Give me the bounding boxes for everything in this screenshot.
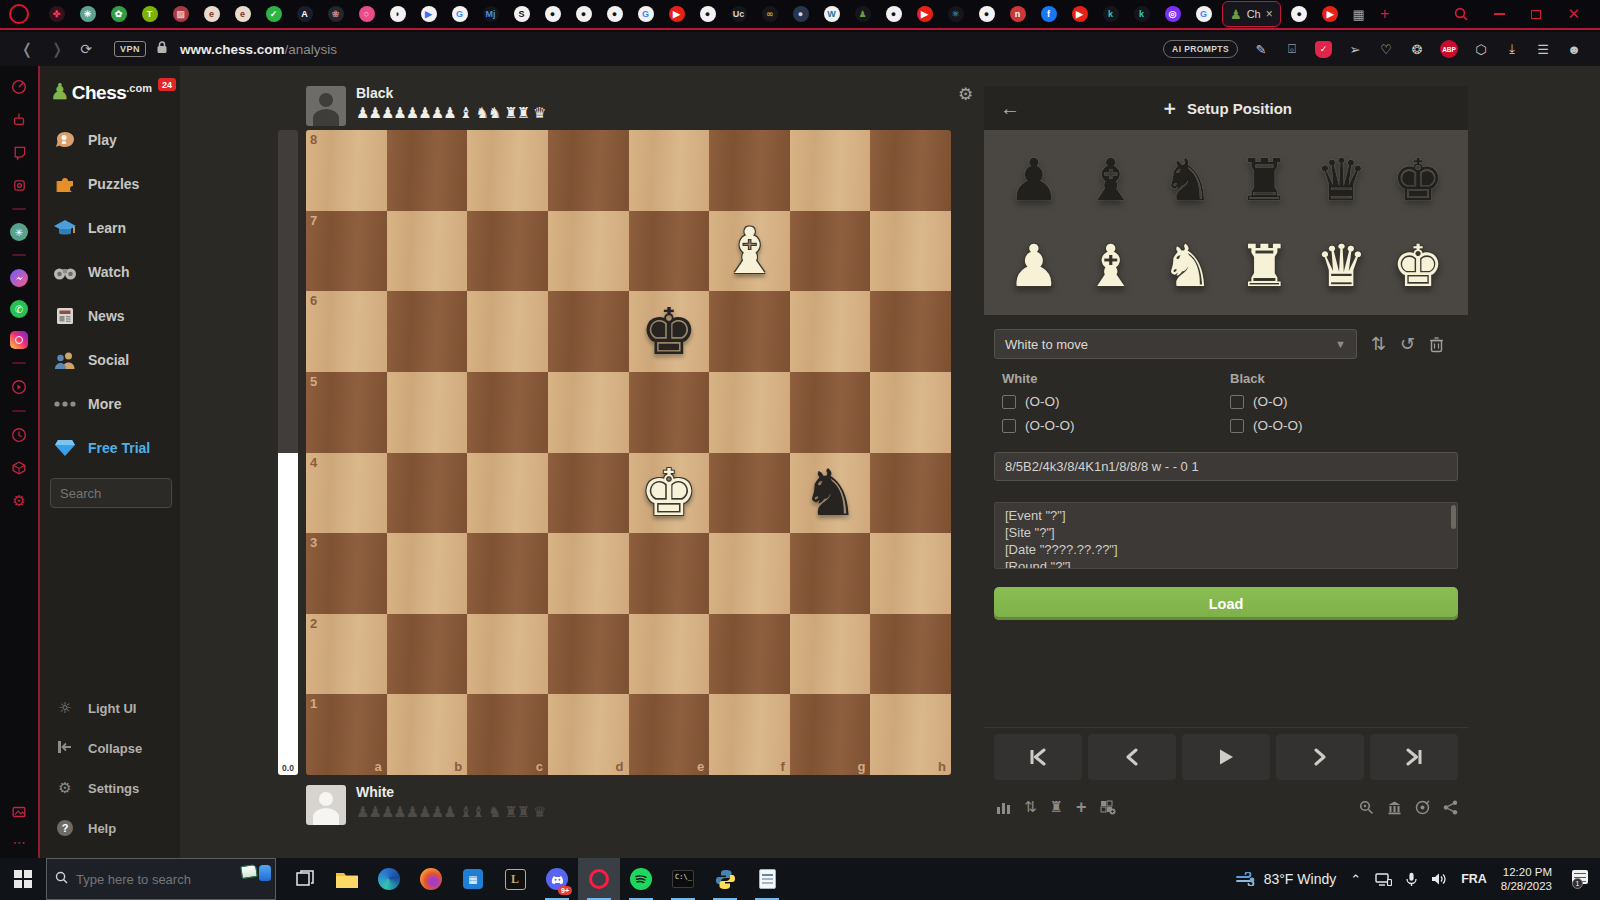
tab-favicon-google-2[interactable]: G bbox=[630, 1, 661, 27]
extension-box-icon[interactable]: ⬡ bbox=[1473, 41, 1489, 57]
square-c5[interactable] bbox=[467, 372, 548, 453]
restore-window-icon[interactable] bbox=[1531, 10, 1541, 19]
white-avatar[interactable] bbox=[306, 785, 346, 825]
square-a1[interactable]: 1a bbox=[306, 694, 387, 775]
help-icon: ? bbox=[52, 816, 78, 840]
square-b5[interactable] bbox=[387, 372, 468, 453]
load-button[interactable]: Load bbox=[994, 587, 1458, 620]
square-g6[interactable] bbox=[790, 291, 871, 372]
tab-favicon-youtube-3[interactable]: ▶ bbox=[1064, 1, 1095, 27]
square-c4[interactable] bbox=[467, 453, 548, 534]
square-b7[interactable] bbox=[387, 211, 468, 292]
snapshot-image-icon[interactable] bbox=[9, 802, 29, 822]
square-c7[interactable] bbox=[467, 211, 548, 292]
square-f5[interactable] bbox=[709, 372, 790, 453]
file-label-h: h bbox=[938, 759, 946, 774]
chesscom-pawn-logo-icon: ♟ bbox=[50, 82, 70, 102]
rail-divider bbox=[12, 254, 26, 256]
lock-icon[interactable] bbox=[156, 41, 168, 57]
square-h6[interactable] bbox=[870, 291, 951, 372]
file-label-g: g bbox=[857, 759, 865, 774]
file-label-e: e bbox=[697, 759, 704, 774]
search-input[interactable] bbox=[50, 478, 172, 508]
action-center-icon[interactable]: 1 bbox=[1566, 869, 1588, 889]
tab-favicon-globe-s[interactable]: S bbox=[506, 1, 537, 27]
weather-widget[interactable]: 83°F Windy bbox=[1236, 871, 1337, 887]
evaluation-bar: 0.0 bbox=[278, 130, 298, 775]
taskbar-app-opera-gx[interactable] bbox=[578, 858, 620, 900]
taskbar-app-edge[interactable] bbox=[368, 858, 410, 900]
rank-label-7: 7 bbox=[310, 213, 317, 228]
sidebar-item-puzzles[interactable]: Puzzles bbox=[40, 162, 180, 206]
square-e6[interactable]: ♚ bbox=[629, 291, 710, 372]
tab-favicon-youtube-1[interactable]: ▶ bbox=[661, 1, 692, 27]
shield-check-icon[interactable]: ✓ bbox=[1315, 41, 1332, 58]
tab-grid-menu-icon[interactable]: ▦ bbox=[1346, 7, 1372, 22]
taskbar-app-file-explorer[interactable] bbox=[326, 858, 368, 900]
square-c6[interactable] bbox=[467, 291, 548, 372]
tab-favicon-infinity[interactable]: ∞ bbox=[754, 1, 785, 27]
square-a4[interactable]: 4 bbox=[306, 453, 387, 534]
square-d4[interactable] bbox=[548, 453, 629, 534]
tab-favicon-github-2[interactable]: ● bbox=[568, 1, 599, 27]
black-king-e6[interactable]: ♚ bbox=[640, 300, 697, 364]
tab-favicon-ebook-2[interactable]: e bbox=[227, 1, 258, 27]
square-f6[interactable] bbox=[709, 291, 790, 372]
newspaper-icon bbox=[52, 304, 78, 328]
square-b4[interactable] bbox=[387, 453, 468, 534]
square-g1[interactable]: g bbox=[790, 694, 871, 775]
castling-white-label: White bbox=[1002, 371, 1037, 386]
square-a8[interactable]: 8 bbox=[306, 130, 387, 211]
gx-sidebar-rail: ✳ ✆ ⚙ ⋯ bbox=[0, 66, 38, 858]
tab-favicon-game-controller[interactable]: ✜ bbox=[41, 1, 72, 27]
new-tab-icon[interactable]: + bbox=[1372, 5, 1398, 23]
turn-row: White to move ▼ ⇅ ↺ bbox=[994, 329, 1458, 359]
tab-favicon-green-app[interactable]: ✿ bbox=[103, 1, 134, 27]
snapshot-camera-icon[interactable]: ⌻ bbox=[1284, 41, 1300, 57]
black-player-name: Black bbox=[356, 86, 545, 101]
chesscom-logo[interactable]: ♟ Chess.com 24 bbox=[40, 78, 180, 118]
rank-label-8: 8 bbox=[310, 132, 317, 147]
tab-favicon-a-paren[interactable]: A bbox=[289, 1, 320, 27]
fen-input[interactable] bbox=[994, 452, 1458, 481]
tab-favicon-github-1[interactable]: ● bbox=[537, 1, 568, 27]
chesscom-sidebar: ♟ Chess.com 24 PlayPuzzlesLearnWatchNews… bbox=[38, 66, 180, 858]
square-b3[interactable] bbox=[387, 533, 468, 614]
tab-favicon-kotlin-2[interactable]: k bbox=[1126, 1, 1157, 27]
square-b2[interactable] bbox=[387, 614, 468, 695]
tab-favicon-mdn-blue[interactable]: Mj bbox=[475, 1, 506, 27]
square-g7[interactable] bbox=[790, 211, 871, 292]
notification-count: 1 bbox=[1572, 878, 1583, 889]
people-icon bbox=[52, 348, 78, 372]
square-e3[interactable] bbox=[629, 533, 710, 614]
sidebar-item-light-ui[interactable]: ☼Light UI bbox=[40, 688, 180, 728]
panel-divider bbox=[984, 727, 1468, 728]
tab-favicon-kotlin-1[interactable]: k bbox=[1095, 1, 1126, 27]
sidebar-item-watch[interactable]: Watch bbox=[40, 250, 180, 294]
taskbar-app-firefox[interactable] bbox=[410, 858, 452, 900]
taskbar-search-input[interactable] bbox=[76, 872, 196, 887]
analysis-bars-icon[interactable] bbox=[996, 800, 1011, 814]
practice-target-icon[interactable] bbox=[1415, 800, 1430, 815]
square-d2[interactable] bbox=[548, 614, 629, 695]
black-kingside-checkbox[interactable] bbox=[1230, 395, 1244, 409]
square-a6[interactable]: 6 bbox=[306, 291, 387, 372]
palette-white-bishop[interactable]: ♝ bbox=[1075, 225, 1147, 307]
play-button[interactable] bbox=[1182, 734, 1270, 780]
turn-selector-value: White to move bbox=[1005, 337, 1088, 352]
microphone-icon[interactable] bbox=[1406, 872, 1417, 887]
taskbar-app-task-view[interactable] bbox=[284, 858, 326, 900]
square-b8[interactable] bbox=[387, 130, 468, 211]
square-f1[interactable]: f bbox=[709, 694, 790, 775]
sidebar-item-settings[interactable]: ⚙Settings bbox=[40, 768, 180, 808]
pgn-textarea[interactable]: [Event "?"] [Site "?"] [Date "????.??.??… bbox=[994, 502, 1458, 569]
square-f7[interactable]: ♝ bbox=[709, 211, 790, 292]
palette-white-knight[interactable]: ♞ bbox=[1152, 225, 1224, 307]
black-queenside-checkbox[interactable] bbox=[1230, 419, 1244, 433]
ai-prompts-button[interactable]: AI PROMPTS bbox=[1163, 40, 1238, 58]
tab-favicon-github-6[interactable]: ● bbox=[971, 1, 1002, 27]
edit-pieces-icon[interactable]: ♜ bbox=[1050, 798, 1063, 816]
square-h4[interactable] bbox=[870, 453, 951, 534]
tab-favicon-wordpress[interactable]: W bbox=[816, 1, 847, 27]
chess-board: 87♝6♚54♚♞321abcdefgh bbox=[306, 130, 951, 775]
share-icon[interactable] bbox=[1443, 800, 1458, 815]
tab-favicon-ebook-1[interactable]: e bbox=[196, 1, 227, 27]
add-icon[interactable]: + bbox=[1076, 797, 1087, 818]
setup-position-panel: ← ＋Setup Position ♟♝♞♜♛♚ ♟♝♞♜♛♚ White to… bbox=[984, 86, 1468, 858]
square-f8[interactable] bbox=[709, 130, 790, 211]
speed-dial-icon[interactable] bbox=[9, 76, 29, 96]
palette-white-queen[interactable]: ♛ bbox=[1305, 225, 1377, 307]
tab-favicon-google-3[interactable]: G bbox=[1188, 1, 1219, 27]
square-h3[interactable] bbox=[870, 533, 951, 614]
speaker-icon[interactable] bbox=[1431, 872, 1447, 886]
palette-black-rook[interactable]: ♜ bbox=[1228, 139, 1300, 221]
back-arrow-icon[interactable]: ← bbox=[984, 97, 1036, 120]
tab-favicon-white-logo[interactable]: ◗ bbox=[382, 1, 413, 27]
square-d3[interactable] bbox=[548, 533, 629, 614]
flip-board-icon[interactable]: ⇅ bbox=[1371, 333, 1386, 355]
tray-time: 12:20 PM bbox=[1501, 865, 1552, 879]
taskbar-app-discord[interactable]: 9+ bbox=[536, 858, 578, 900]
rank-label-3: 3 bbox=[310, 535, 317, 550]
tray-date: 8/28/2023 bbox=[1501, 879, 1552, 893]
square-f2[interactable] bbox=[709, 614, 790, 695]
tab-favicon-video-play[interactable]: ▶ bbox=[413, 1, 444, 27]
sidebar-item-collapse[interactable]: Collapse bbox=[40, 728, 180, 768]
tab-favicon-profile[interactable]: ● bbox=[785, 1, 816, 27]
square-h5[interactable] bbox=[870, 372, 951, 453]
chess-pawn-favicon: ♟ bbox=[1230, 7, 1242, 22]
address-bar: ❬ ❭ ⟳ VPN www.chess.com/analysis AI PROM… bbox=[0, 32, 1600, 66]
history-clock-icon[interactable] bbox=[9, 425, 29, 445]
square-f3[interactable] bbox=[709, 533, 790, 614]
file-label-c: c bbox=[536, 759, 543, 774]
sidebar-item-news[interactable]: News bbox=[40, 294, 180, 338]
tray-chevron-up-icon[interactable]: ⌃ bbox=[1350, 872, 1361, 887]
file-label-d: d bbox=[616, 759, 624, 774]
sidebar-item-free-trial[interactable]: Free Trial bbox=[40, 426, 180, 470]
square-e5[interactable] bbox=[629, 372, 710, 453]
send-icon[interactable]: ➢ bbox=[1347, 41, 1363, 57]
tab-favicon-photo[interactable]: ▨ bbox=[165, 1, 196, 27]
white-king-e4[interactable]: ♚ bbox=[640, 461, 697, 525]
taskbar-app-terminal[interactable]: C:\_ bbox=[662, 858, 704, 900]
square-d6[interactable] bbox=[548, 291, 629, 372]
previous-move-button[interactable] bbox=[1088, 734, 1176, 780]
explorer-search-icon[interactable] bbox=[1359, 800, 1374, 815]
square-g5[interactable] bbox=[790, 372, 871, 453]
tab-favicon-dribbble[interactable]: ○ bbox=[351, 1, 382, 27]
rank-label-4: 4 bbox=[310, 455, 317, 470]
black-captured-pieces: ♟♟♟♟♟♟♟♟ ♝ ♞♞ ♜♜ ♛ bbox=[356, 104, 545, 122]
file-label-b: b bbox=[454, 759, 462, 774]
tab-strip-tabs: ✜✳✿T▨ee✓A❀○◗▶GMjS●●●G▶●Uc∞●W♟●▶⚛●nf▶kk◎G bbox=[41, 1, 1219, 27]
jump-to-end-button[interactable] bbox=[1370, 734, 1458, 780]
flip-board-small-icon[interactable]: ⇅ bbox=[1024, 798, 1037, 816]
start-button[interactable] bbox=[0, 858, 46, 900]
clear-board-trash-icon[interactable] bbox=[1429, 336, 1444, 353]
tab-favicon-npm[interactable]: n bbox=[1002, 1, 1033, 27]
adblock-plus-icon[interactable]: ABP bbox=[1440, 40, 1458, 58]
setup-panel-title: Setup Position bbox=[1187, 100, 1292, 117]
file-label-a: a bbox=[374, 759, 381, 774]
profile-icon[interactable]: ☻ bbox=[1566, 41, 1582, 57]
whatsapp-app-icon[interactable]: ✆ bbox=[10, 300, 28, 318]
tab-favicon-chess-pawn[interactable]: ♟ bbox=[847, 1, 878, 27]
sidebar-item-play[interactable]: Play bbox=[40, 118, 180, 162]
square-g2[interactable] bbox=[790, 614, 871, 695]
sidebar-item-social[interactable]: Social bbox=[40, 338, 180, 382]
edit-page-icon[interactable]: ✎ bbox=[1253, 41, 1269, 57]
square-a5[interactable]: 5 bbox=[306, 372, 387, 453]
url-text[interactable]: www.chess.com/analysis bbox=[180, 42, 337, 57]
settings-gear-icon: ⚙ bbox=[52, 776, 78, 800]
square-d5[interactable] bbox=[548, 372, 629, 453]
gx-cleaner-icon[interactable] bbox=[9, 109, 29, 129]
square-a2[interactable]: 2 bbox=[306, 614, 387, 695]
rail-divider bbox=[12, 410, 26, 412]
tab-favicon-script-uc[interactable]: Uc bbox=[723, 1, 754, 27]
easy-files-box-icon[interactable] bbox=[9, 458, 29, 478]
sidebar-search bbox=[50, 478, 170, 508]
rank-label-6: 6 bbox=[310, 293, 317, 308]
gx-player-icon[interactable] bbox=[9, 377, 29, 397]
tab-favicon-github-7[interactable]: ● bbox=[1284, 1, 1315, 27]
tab-favicon-github-4[interactable]: ● bbox=[692, 1, 723, 27]
square-g8[interactable] bbox=[790, 130, 871, 211]
taskbar-app-spotify[interactable] bbox=[620, 858, 662, 900]
square-c8[interactable] bbox=[467, 130, 548, 211]
address-bar-actions: AI PROMPTS ✎ ⌻ ✓ ➢ ♡ ❂ ABP ⬡ ⤓ ☰ ☻ bbox=[1163, 40, 1600, 58]
square-b1[interactable]: b bbox=[387, 694, 468, 775]
square-h8[interactable] bbox=[870, 130, 951, 211]
chess-nav-items: PlayPuzzlesLearnWatchNewsSocialMore bbox=[40, 118, 180, 426]
windows-logo-icon bbox=[14, 870, 32, 888]
square-c3[interactable] bbox=[467, 533, 548, 614]
reload-icon[interactable]: ⟳ bbox=[72, 41, 100, 57]
rail-more-dots-icon[interactable]: ⋯ bbox=[9, 832, 29, 852]
white-captured-pieces: ♟♟♟♟♟♟♟♟ ♝♝ ♞ ♜♜ ♛ bbox=[356, 803, 545, 821]
sidebar-item-help[interactable]: ?Help bbox=[40, 808, 180, 848]
downloads-icon[interactable]: ⤓ bbox=[1504, 41, 1520, 57]
tab-favicon-react[interactable]: ⚛ bbox=[940, 1, 971, 27]
opera-gx-logo-icon[interactable] bbox=[9, 4, 29, 24]
square-f4[interactable] bbox=[709, 453, 790, 534]
palette-black-bishop[interactable]: ♝ bbox=[1075, 139, 1147, 221]
player-white-row: White ♟♟♟♟♟♟♟♟ ♝♝ ♞ ♜♜ ♛ bbox=[306, 785, 545, 825]
network-icon[interactable] bbox=[1375, 873, 1392, 886]
move-nav-buttons bbox=[994, 734, 1458, 780]
light-ui-icon: ☼ bbox=[52, 696, 78, 720]
sidebar-item-more[interactable]: More bbox=[40, 382, 180, 426]
square-h7[interactable] bbox=[870, 211, 951, 292]
minimize-icon[interactable] bbox=[1494, 13, 1505, 15]
plus-icon: ＋ bbox=[1160, 97, 1179, 118]
palette-black-queen[interactable]: ♛ bbox=[1305, 139, 1377, 221]
chevron-down-icon: ▼ bbox=[1335, 338, 1346, 350]
tab-favicon-flower[interactable]: ❀ bbox=[320, 1, 351, 27]
taskbar-app-notepad[interactable] bbox=[746, 858, 788, 900]
system-tray: 83°F Windy ⌃ FRA 12:20 PM 8/28/2023 1 bbox=[1236, 858, 1600, 900]
player-black-row: Black ♟♟♟♟♟♟♟♟ ♝ ♞♞ ♜♜ ♛ bbox=[306, 86, 545, 126]
tab-active-chess[interactable]: ♟ Ch × bbox=[1222, 1, 1281, 27]
tab-favicon-persona[interactable]: ◎ bbox=[1157, 1, 1188, 27]
square-b6[interactable] bbox=[387, 291, 468, 372]
diamond-icon bbox=[52, 436, 78, 460]
square-e8[interactable] bbox=[629, 130, 710, 211]
square-d8[interactable] bbox=[548, 130, 629, 211]
jump-to-start-button[interactable] bbox=[994, 734, 1082, 780]
black-knight-g4[interactable]: ♞ bbox=[801, 461, 858, 525]
tab-favicon-google-1[interactable]: G bbox=[444, 1, 475, 27]
tab-favicon-youtube-4[interactable]: ▶ bbox=[1315, 1, 1346, 27]
next-move-button[interactable] bbox=[1276, 734, 1364, 780]
square-e7[interactable] bbox=[629, 211, 710, 292]
white-bishop-f7[interactable]: ♝ bbox=[721, 219, 778, 283]
palette-black-knight[interactable]: ♞ bbox=[1152, 139, 1224, 221]
square-e4[interactable]: ♚ bbox=[629, 453, 710, 534]
square-a3[interactable]: 3 bbox=[306, 533, 387, 614]
back-icon[interactable]: ❬ bbox=[12, 40, 42, 58]
tab-search-icon[interactable] bbox=[1454, 7, 1468, 21]
rail-bottom-group: ⋯ bbox=[9, 802, 29, 852]
taskbar-app-league[interactable]: L bbox=[494, 858, 536, 900]
window-controls: ✕ bbox=[1454, 5, 1600, 23]
palette-black-king[interactable]: ♚ bbox=[1382, 139, 1454, 221]
gx-control-icon[interactable] bbox=[9, 175, 29, 195]
forward-icon[interactable]: ❭ bbox=[42, 40, 72, 58]
new-board-icon[interactable] bbox=[1100, 800, 1116, 815]
twitch-icon[interactable] bbox=[9, 142, 29, 162]
square-a7[interactable]: 7 bbox=[306, 211, 387, 292]
search-box-illustration bbox=[241, 865, 271, 881]
openings-library-icon[interactable] bbox=[1387, 800, 1402, 815]
square-d1[interactable]: d bbox=[548, 694, 629, 775]
white-player-name: White bbox=[356, 785, 545, 800]
palette-black-pawn[interactable]: ♟ bbox=[998, 139, 1070, 221]
gx-settings-gear-icon[interactable]: ⚙ bbox=[9, 491, 29, 511]
heart-bookmark-icon[interactable]: ♡ bbox=[1378, 41, 1394, 57]
pgn-scrollbar[interactable] bbox=[1451, 505, 1456, 529]
tab-favicon-youtube-2[interactable]: ▶ bbox=[909, 1, 940, 27]
tab-favicon-todo-check[interactable]: ✓ bbox=[258, 1, 289, 27]
tab-favicon-github-3[interactable]: ● bbox=[599, 1, 630, 27]
reset-position-icon[interactable]: ↺ bbox=[1400, 333, 1415, 355]
square-e1[interactable]: e bbox=[629, 694, 710, 775]
sidebar-item-learn[interactable]: Learn bbox=[40, 206, 180, 250]
puzzle-icon bbox=[52, 172, 78, 196]
rail-divider bbox=[12, 362, 26, 364]
board-settings-gear-icon[interactable]: ⚙ bbox=[958, 84, 973, 104]
square-c2[interactable] bbox=[467, 614, 548, 695]
taskbar-apps: ▦L9+C:\_ bbox=[284, 858, 788, 900]
ai-extension-icon[interactable]: ❂ bbox=[1409, 41, 1425, 57]
black-avatar[interactable] bbox=[306, 86, 346, 126]
taskbar-app-store[interactable]: ▦ bbox=[452, 858, 494, 900]
tab-favicon-github-5[interactable]: ● bbox=[878, 1, 909, 27]
pgn-text: [Event "?"] [Site "?"] [Date "????.??.??… bbox=[1005, 507, 1447, 569]
square-g3[interactable] bbox=[790, 533, 871, 614]
white-kingside-checkbox[interactable] bbox=[1002, 395, 1016, 409]
tab-favicon-facebook[interactable]: f bbox=[1033, 1, 1064, 27]
browser-tab-strip: ✜✳✿T▨ee✓A❀○◗▶GMjS●●●G▶●Uc∞●W♟●▶⚛●nf▶kk◎G… bbox=[0, 0, 1600, 30]
square-g4[interactable]: ♞ bbox=[790, 453, 871, 534]
setup-panel-header: ← ＋Setup Position bbox=[984, 86, 1468, 130]
learn-cap-icon bbox=[52, 216, 78, 240]
panel-toolbar: ⇅ ♜ + bbox=[996, 796, 1458, 818]
square-h1[interactable]: h bbox=[870, 694, 951, 775]
language-indicator[interactable]: FRA bbox=[1461, 872, 1487, 886]
white-queenside-checkbox[interactable] bbox=[1002, 419, 1016, 433]
palette-black-row: ♟♝♞♜♛♚ bbox=[998, 139, 1454, 221]
square-e2[interactable] bbox=[629, 614, 710, 695]
rank-label-1: 1 bbox=[310, 696, 317, 711]
vpn-badge[interactable]: VPN bbox=[114, 41, 146, 57]
tab-favicon-chatgpt[interactable]: ✳ bbox=[72, 1, 103, 27]
square-c1[interactable]: c bbox=[467, 694, 548, 775]
palette-white-king[interactable]: ♚ bbox=[1382, 225, 1454, 307]
piece-palette: ♟♝♞♜♛♚ ♟♝♞♜♛♚ bbox=[984, 130, 1468, 315]
palette-white-pawn[interactable]: ♟ bbox=[998, 225, 1070, 307]
turn-selector-dropdown[interactable]: White to move ▼ bbox=[994, 329, 1357, 359]
close-window-icon[interactable]: ✕ bbox=[1567, 5, 1580, 23]
close-tab-icon[interactable]: × bbox=[1266, 7, 1273, 21]
square-h2[interactable] bbox=[870, 614, 951, 695]
rank-label-2: 2 bbox=[310, 616, 317, 631]
tab-favicon-t-app[interactable]: T bbox=[134, 1, 165, 27]
collapse-icon bbox=[52, 736, 78, 760]
rail-divider bbox=[12, 208, 26, 210]
eval-white-part bbox=[278, 453, 298, 776]
taskbar-search[interactable] bbox=[46, 858, 276, 900]
castling-black-label: Black bbox=[1230, 371, 1265, 386]
settings-sliders-icon[interactable]: ☰ bbox=[1535, 41, 1551, 57]
instagram-app-icon[interactable] bbox=[10, 331, 28, 349]
square-d7[interactable] bbox=[548, 211, 629, 292]
palette-white-rook[interactable]: ♜ bbox=[1228, 225, 1300, 307]
taskbar-app-python[interactable] bbox=[704, 858, 746, 900]
messenger-app-icon[interactable] bbox=[10, 269, 28, 287]
play-hand-icon bbox=[52, 128, 78, 152]
chatgpt-app-icon[interactable]: ✳ bbox=[10, 223, 28, 241]
dots-icon bbox=[52, 392, 78, 416]
clock-widget[interactable]: 12:20 PM 8/28/2023 bbox=[1501, 865, 1552, 893]
